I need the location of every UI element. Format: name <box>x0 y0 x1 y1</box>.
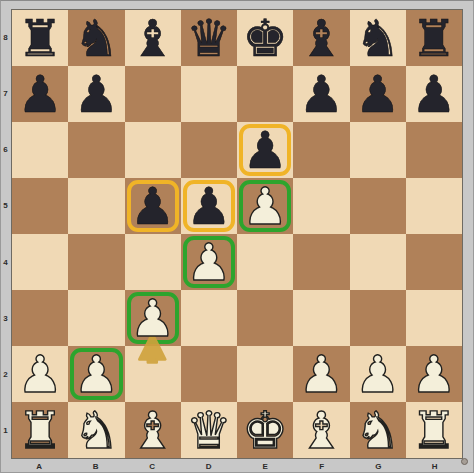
square-e1[interactable]: ♚ <box>237 402 293 458</box>
square-h2[interactable]: ♟ <box>406 346 462 402</box>
square-g8[interactable]: ♞ <box>350 10 406 66</box>
black-king-e8[interactable]: ♚ <box>242 13 288 64</box>
chess-board: ♜♞♝♛♚♝♞♜♟♟♟♟♟♟♟♟♟♟♟♟♟♟♟♟♜♞♝♛♚♝♞♜ <box>11 9 463 459</box>
square-d8[interactable]: ♛ <box>181 10 237 66</box>
black-pawn-b7[interactable]: ♟ <box>74 69 120 120</box>
square-b3[interactable] <box>68 290 124 346</box>
chess-board-frame: ♜♞♝♛♚♝♞♜♟♟♟♟♟♟♟♟♟♟♟♟♟♟♟♟♜♞♝♛♚♝♞♜ 8765432… <box>0 0 474 473</box>
black-queen-d8[interactable]: ♛ <box>186 13 232 64</box>
square-h6[interactable] <box>406 122 462 178</box>
square-c8[interactable]: ♝ <box>125 10 181 66</box>
square-f1[interactable]: ♝ <box>293 402 349 458</box>
square-g2[interactable]: ♟ <box>350 346 406 402</box>
square-c4[interactable] <box>125 234 181 290</box>
rank-label-4: 4 <box>1 234 10 290</box>
square-f3[interactable] <box>293 290 349 346</box>
square-h5[interactable] <box>406 178 462 234</box>
square-c3[interactable]: ♟ <box>125 290 181 346</box>
square-e6[interactable]: ♟ <box>237 122 293 178</box>
square-f2[interactable]: ♟ <box>293 346 349 402</box>
file-label-h: H <box>407 460 464 473</box>
square-e2[interactable] <box>237 346 293 402</box>
file-label-c: C <box>124 460 181 473</box>
square-c1[interactable]: ♝ <box>125 402 181 458</box>
rank-label-8: 8 <box>1 9 10 65</box>
white-pawn-b2[interactable]: ♟ <box>74 349 120 400</box>
white-pawn-a2[interactable]: ♟ <box>17 349 63 400</box>
white-king-e1[interactable]: ♚ <box>242 405 288 456</box>
file-label-a: A <box>11 460 68 473</box>
square-c6[interactable] <box>125 122 181 178</box>
square-d1[interactable]: ♛ <box>181 402 237 458</box>
rank-label-5: 5 <box>1 178 10 234</box>
square-g1[interactable]: ♞ <box>350 402 406 458</box>
white-pawn-e5[interactable]: ♟ <box>242 181 288 232</box>
square-c2[interactable] <box>125 346 181 402</box>
black-rook-a8[interactable]: ♜ <box>17 13 63 64</box>
square-b5[interactable] <box>68 178 124 234</box>
square-h1[interactable]: ♜ <box>406 402 462 458</box>
square-g7[interactable]: ♟ <box>350 66 406 122</box>
square-f6[interactable] <box>293 122 349 178</box>
square-a3[interactable] <box>12 290 68 346</box>
black-pawn-d5[interactable]: ♟ <box>186 181 232 232</box>
square-f8[interactable]: ♝ <box>293 10 349 66</box>
square-a5[interactable] <box>12 178 68 234</box>
square-b2[interactable]: ♟ <box>68 346 124 402</box>
white-pawn-g2[interactable]: ♟ <box>355 349 401 400</box>
white-pawn-h2[interactable]: ♟ <box>411 349 457 400</box>
file-label-f: F <box>294 460 351 473</box>
square-a1[interactable]: ♜ <box>12 402 68 458</box>
white-queen-d1[interactable]: ♛ <box>186 405 232 456</box>
square-e8[interactable]: ♚ <box>237 10 293 66</box>
file-label-d: D <box>181 460 238 473</box>
file-label-g: G <box>350 460 407 473</box>
black-bishop-c8[interactable]: ♝ <box>130 13 176 64</box>
square-e4[interactable] <box>237 234 293 290</box>
square-g6[interactable] <box>350 122 406 178</box>
square-g3[interactable] <box>350 290 406 346</box>
square-d5[interactable]: ♟ <box>181 178 237 234</box>
white-pawn-f2[interactable]: ♟ <box>299 349 345 400</box>
file-label-e: E <box>237 460 294 473</box>
square-a2[interactable]: ♟ <box>12 346 68 402</box>
square-c5[interactable]: ♟ <box>125 178 181 234</box>
square-h8[interactable]: ♜ <box>406 10 462 66</box>
square-h4[interactable] <box>406 234 462 290</box>
white-knight-g1[interactable]: ♞ <box>355 405 401 456</box>
square-e7[interactable] <box>237 66 293 122</box>
square-a8[interactable]: ♜ <box>12 10 68 66</box>
rank-label-2: 2 <box>1 347 10 403</box>
square-g5[interactable] <box>350 178 406 234</box>
white-bishop-c1[interactable]: ♝ <box>130 405 176 456</box>
square-f4[interactable] <box>293 234 349 290</box>
square-a4[interactable] <box>12 234 68 290</box>
white-knight-b1[interactable]: ♞ <box>74 405 120 456</box>
square-a7[interactable]: ♟ <box>12 66 68 122</box>
black-pawn-g7[interactable]: ♟ <box>355 69 401 120</box>
square-e5[interactable]: ♟ <box>237 178 293 234</box>
black-knight-g8[interactable]: ♞ <box>355 13 401 64</box>
square-d7[interactable] <box>181 66 237 122</box>
square-e3[interactable] <box>237 290 293 346</box>
square-h7[interactable]: ♟ <box>406 66 462 122</box>
square-f7[interactable]: ♟ <box>293 66 349 122</box>
white-rook-a1[interactable]: ♜ <box>17 405 63 456</box>
square-d3[interactable] <box>181 290 237 346</box>
white-bishop-f1[interactable]: ♝ <box>299 405 345 456</box>
square-b1[interactable]: ♞ <box>68 402 124 458</box>
rank-label-3: 3 <box>1 290 10 346</box>
black-pawn-c5[interactable]: ♟ <box>130 181 176 232</box>
square-d2[interactable] <box>181 346 237 402</box>
black-knight-b8[interactable]: ♞ <box>74 13 120 64</box>
rank-label-6: 6 <box>1 122 10 178</box>
square-b7[interactable]: ♟ <box>68 66 124 122</box>
black-pawn-f7[interactable]: ♟ <box>299 69 345 120</box>
black-bishop-f8[interactable]: ♝ <box>299 13 345 64</box>
file-label-b: B <box>68 460 125 473</box>
black-pawn-a7[interactable]: ♟ <box>17 69 63 120</box>
white-pawn-d4[interactable]: ♟ <box>186 237 232 288</box>
square-d6[interactable] <box>181 122 237 178</box>
square-d4[interactable]: ♟ <box>181 234 237 290</box>
square-b6[interactable] <box>68 122 124 178</box>
rank-label-7: 7 <box>1 65 10 121</box>
square-a6[interactable] <box>12 122 68 178</box>
black-rook-h8[interactable]: ♜ <box>411 13 457 64</box>
square-b4[interactable] <box>68 234 124 290</box>
black-pawn-e6[interactable]: ♟ <box>242 125 288 176</box>
rank-label-1: 1 <box>1 403 10 459</box>
white-rook-h1[interactable]: ♜ <box>411 405 457 456</box>
black-pawn-h7[interactable]: ♟ <box>411 69 457 120</box>
square-c7[interactable] <box>125 66 181 122</box>
square-b8[interactable]: ♞ <box>68 10 124 66</box>
white-pawn-c3[interactable]: ♟ <box>130 293 176 344</box>
square-f5[interactable] <box>293 178 349 234</box>
square-g4[interactable] <box>350 234 406 290</box>
square-h3[interactable] <box>406 290 462 346</box>
